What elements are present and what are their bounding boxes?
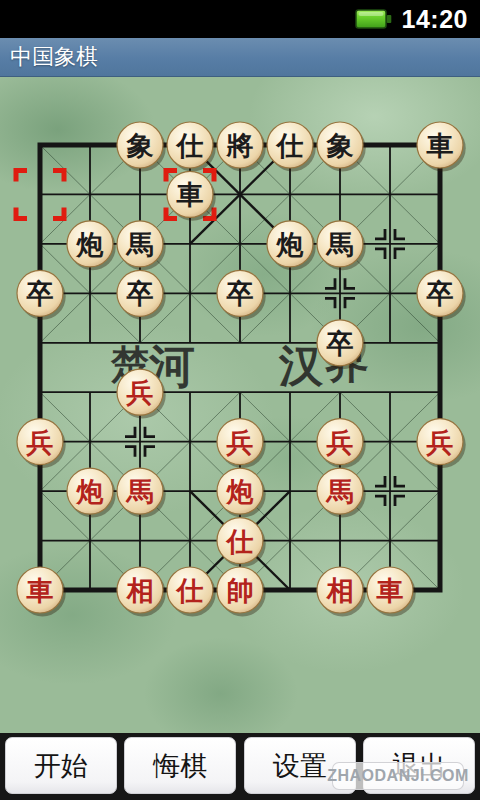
watermark-text: ZHAODANJI.COM xyxy=(327,767,469,785)
svg-text:車: 車 xyxy=(176,180,204,210)
piece-black-車[interactable]: 車 xyxy=(167,171,216,220)
svg-text:仕: 仕 xyxy=(276,131,304,161)
svg-text:象: 象 xyxy=(326,131,354,161)
svg-text:炮: 炮 xyxy=(226,477,254,507)
piece-black-仕[interactable]: 仕 xyxy=(167,122,216,171)
piece-black-炮[interactable]: 炮 xyxy=(267,221,316,270)
piece-red-兵[interactable]: 兵 xyxy=(217,419,266,468)
piece-black-炮[interactable]: 炮 xyxy=(67,221,116,270)
svg-text:兵: 兵 xyxy=(126,378,154,408)
piece-black-象[interactable]: 象 xyxy=(317,122,366,171)
svg-text:相: 相 xyxy=(326,576,354,606)
svg-text:馬: 馬 xyxy=(325,230,354,260)
piece-black-馬[interactable]: 馬 xyxy=(117,221,166,270)
svg-text:相: 相 xyxy=(126,576,154,606)
svg-text:車: 車 xyxy=(426,131,454,161)
svg-text:炮: 炮 xyxy=(76,230,104,260)
svg-text:象: 象 xyxy=(126,131,154,161)
app-title: 中国象棋 xyxy=(10,42,98,72)
svg-text:卒: 卒 xyxy=(126,279,154,309)
svg-text:馬: 馬 xyxy=(125,230,154,260)
piece-black-馬[interactable]: 馬 xyxy=(317,221,366,270)
board-area: 楚河汉界象仕將仕象車車炮馬炮馬卒卒卒卒卒兵兵兵兵兵炮馬炮馬仕車相仕帥相車 xyxy=(0,77,480,733)
svg-text:炮: 炮 xyxy=(276,230,304,260)
watermark-badge: ZHAODANJI.COM xyxy=(332,762,464,790)
svg-text:卒: 卒 xyxy=(426,279,454,309)
svg-text:馬: 馬 xyxy=(125,477,154,507)
piece-black-卒[interactable]: 卒 xyxy=(217,270,266,319)
piece-red-仕[interactable]: 仕 xyxy=(217,518,266,567)
phone-screen: 14:20 中国象棋 楚河汉界象仕將仕象車車炮馬炮馬卒卒卒卒卒兵兵兵兵兵炮馬炮馬… xyxy=(0,0,480,800)
svg-text:車: 車 xyxy=(26,576,54,606)
river-label: 汉 xyxy=(278,342,324,391)
svg-text:卒: 卒 xyxy=(226,279,254,309)
piece-black-象[interactable]: 象 xyxy=(117,122,166,171)
piece-red-炮[interactable]: 炮 xyxy=(67,468,116,517)
piece-black-車[interactable]: 車 xyxy=(417,122,466,171)
svg-text:仕: 仕 xyxy=(226,527,254,557)
piece-red-相[interactable]: 相 xyxy=(317,567,366,616)
svg-text:兵: 兵 xyxy=(226,428,254,458)
piece-red-車[interactable]: 車 xyxy=(17,567,66,616)
status-bar: 14:20 xyxy=(0,0,480,38)
piece-red-馬[interactable]: 馬 xyxy=(117,468,166,517)
svg-text:兵: 兵 xyxy=(26,428,54,458)
svg-text:兵: 兵 xyxy=(326,428,354,458)
start-button[interactable]: 开始 xyxy=(5,737,117,794)
svg-text:仕: 仕 xyxy=(176,131,204,161)
piece-red-兵[interactable]: 兵 xyxy=(17,419,66,468)
piece-red-炮[interactable]: 炮 xyxy=(217,468,266,517)
xiangqi-board[interactable]: 楚河汉界象仕將仕象車車炮馬炮馬卒卒卒卒卒兵兵兵兵兵炮馬炮馬仕車相仕帥相車 xyxy=(0,77,480,733)
svg-text:仕: 仕 xyxy=(176,576,204,606)
undo-button[interactable]: 悔棋 xyxy=(124,737,236,794)
svg-text:馬: 馬 xyxy=(325,477,354,507)
svg-text:車: 車 xyxy=(376,576,404,606)
piece-red-兵[interactable]: 兵 xyxy=(417,419,466,468)
piece-black-仕[interactable]: 仕 xyxy=(267,122,316,171)
piece-red-兵[interactable]: 兵 xyxy=(317,419,366,468)
svg-text:將: 將 xyxy=(226,131,254,161)
piece-black-卒[interactable]: 卒 xyxy=(117,270,166,319)
piece-red-相[interactable]: 相 xyxy=(117,567,166,616)
piece-red-馬[interactable]: 馬 xyxy=(317,468,366,517)
svg-text:卒: 卒 xyxy=(326,329,354,359)
piece-black-將[interactable]: 將 xyxy=(217,122,266,171)
svg-text:炮: 炮 xyxy=(76,477,104,507)
title-bar: 中国象棋 xyxy=(0,38,480,77)
piece-red-仕[interactable]: 仕 xyxy=(167,567,216,616)
clock: 14:20 xyxy=(402,5,468,34)
svg-text:兵: 兵 xyxy=(426,428,454,458)
piece-red-帥[interactable]: 帥 xyxy=(217,567,266,616)
piece-black-卒[interactable]: 卒 xyxy=(17,270,66,319)
piece-red-車[interactable]: 車 xyxy=(367,567,416,616)
svg-text:帥: 帥 xyxy=(227,576,254,606)
battery-icon xyxy=(355,8,393,30)
piece-black-卒[interactable]: 卒 xyxy=(417,270,466,319)
svg-text:卒: 卒 xyxy=(26,279,54,309)
